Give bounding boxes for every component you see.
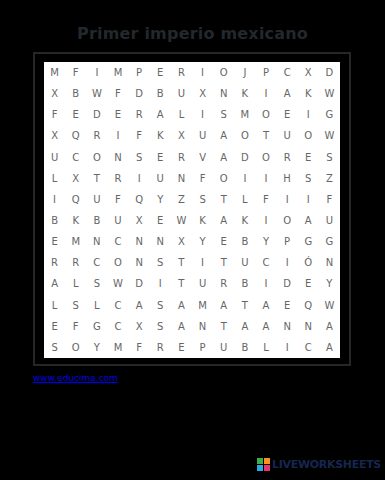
grid-cell[interactable]: Y (255, 231, 276, 252)
grid-cell[interactable]: B (150, 83, 171, 104)
grid-cell[interactable]: C (65, 147, 86, 168)
grid-cell[interactable]: S (150, 316, 171, 337)
grid-cell[interactable]: N (129, 231, 150, 252)
grid-cell[interactable]: U (319, 210, 340, 231)
grid-cell[interactable]: R (107, 168, 128, 189)
grid-cell[interactable]: S (65, 295, 86, 316)
grid-cell[interactable]: I (277, 189, 298, 210)
grid-cell[interactable]: F (65, 316, 86, 337)
page-title: Primer imperio mexicano (0, 24, 385, 43)
grid-cell[interactable]: H (277, 168, 298, 189)
grid-cell[interactable]: F (255, 189, 276, 210)
grid-cell[interactable]: M (107, 62, 128, 83)
grid-cell[interactable]: I (192, 104, 213, 125)
grid-cell[interactable]: F (107, 83, 128, 104)
grid-cell[interactable]: R (171, 147, 192, 168)
grid-cell[interactable]: T (255, 125, 276, 146)
grid-cell[interactable]: W (86, 83, 107, 104)
grid-cell[interactable]: N (319, 252, 340, 273)
grid-cell[interactable]: C (86, 252, 107, 273)
grid-cell[interactable]: E (150, 147, 171, 168)
grid-cell[interactable]: R (150, 337, 171, 358)
grid-cell[interactable]: U (213, 337, 234, 358)
grid-cell[interactable]: A (213, 295, 234, 316)
grid-cell[interactable]: C (107, 316, 128, 337)
grid-cell[interactable]: N (150, 231, 171, 252)
grid-cell[interactable]: A (213, 210, 234, 231)
grid-cell[interactable]: I (44, 189, 65, 210)
grid-cell[interactable]: G (86, 316, 107, 337)
grid-cell[interactable]: T (171, 273, 192, 294)
grid-cell[interactable]: E (44, 316, 65, 337)
grid-cell[interactable]: F (107, 189, 128, 210)
grid-cell[interactable]: S (298, 168, 319, 189)
grid-cell[interactable]: U (277, 125, 298, 146)
grid-cell[interactable]: U (192, 125, 213, 146)
grid-cell[interactable]: M (107, 337, 128, 358)
grid-cell[interactable]: M (44, 62, 65, 83)
liveworksheets-grid-icon (257, 458, 270, 471)
grid-cell[interactable]: X (171, 125, 192, 146)
grid-cell[interactable]: N (129, 252, 150, 273)
grid-cell[interactable]: Y (86, 337, 107, 358)
grid-cell[interactable]: E (150, 210, 171, 231)
grid-cell[interactable]: A (319, 316, 340, 337)
grid-cell[interactable]: D (86, 104, 107, 125)
liveworksheets-logo[interactable]: LIVEWORKSHEETS (257, 458, 381, 471)
grid-cell[interactable]: E (277, 104, 298, 125)
grid-cell[interactable]: P (192, 337, 213, 358)
grid-cell[interactable]: B (44, 210, 65, 231)
grid-cell[interactable]: O (86, 147, 107, 168)
grid-cell[interactable]: N (171, 168, 192, 189)
grid-cell[interactable]: E (65, 104, 86, 125)
grid-cell[interactable]: C (107, 295, 128, 316)
grid-cell[interactable]: A (44, 273, 65, 294)
grid-cell[interactable]: L (44, 168, 65, 189)
grid-cell[interactable]: K (150, 125, 171, 146)
grid-cell[interactable]: A (319, 337, 340, 358)
grid-cell[interactable]: I (192, 62, 213, 83)
grid-cell[interactable]: Z (319, 168, 340, 189)
grid-cell[interactable]: E (213, 231, 234, 252)
grid-cell[interactable]: Ó (298, 252, 319, 273)
grid-cell[interactable]: X (65, 168, 86, 189)
grid-cell[interactable]: Q (298, 295, 319, 316)
grid-cell[interactable]: T (213, 189, 234, 210)
grid-cell[interactable]: F (44, 104, 65, 125)
grid-cell[interactable]: W (319, 295, 340, 316)
grid-cell[interactable]: A (277, 83, 298, 104)
grid-cell[interactable]: D (234, 147, 255, 168)
grid-cell[interactable]: A (150, 104, 171, 125)
grid-cell[interactable]: C (107, 231, 128, 252)
grid-cell[interactable]: R (277, 147, 298, 168)
grid-cell[interactable]: O (255, 104, 276, 125)
grid-cell[interactable]: C (255, 252, 276, 273)
grid-cell[interactable]: C (277, 62, 298, 83)
grid-cell[interactable]: J (234, 62, 255, 83)
grid-cell[interactable]: T (234, 295, 255, 316)
grid-cell[interactable]: A (255, 316, 276, 337)
grid-cell[interactable]: A (213, 147, 234, 168)
grid-cell[interactable]: O (255, 147, 276, 168)
grid-cell[interactable]: Q (129, 189, 150, 210)
grid-cell[interactable]: I (234, 168, 255, 189)
grid-cell[interactable]: I (277, 252, 298, 273)
grid-cell[interactable]: R (171, 62, 192, 83)
grid-cell[interactable]: G (298, 231, 319, 252)
grid-cell[interactable]: T (86, 168, 107, 189)
grid-cell[interactable]: A (129, 295, 150, 316)
grid-cell[interactable]: P (277, 231, 298, 252)
grid-cell[interactable]: S (150, 295, 171, 316)
grid-cell[interactable]: F (129, 125, 150, 146)
grid-cell[interactable]: B (234, 273, 255, 294)
grid-cell[interactable]: U (86, 189, 107, 210)
grid-cell[interactable]: F (192, 168, 213, 189)
grid-cell[interactable]: K (298, 83, 319, 104)
grid-cell[interactable]: U (171, 83, 192, 104)
grid-cell[interactable]: O (213, 168, 234, 189)
grid-cell[interactable]: G (319, 104, 340, 125)
grid-cell[interactable]: D (277, 273, 298, 294)
grid-cell[interactable]: I (255, 273, 276, 294)
grid-cell[interactable]: M (65, 231, 86, 252)
grid-cell[interactable]: K (234, 83, 255, 104)
grid-cell[interactable]: E (298, 273, 319, 294)
grid-cell[interactable]: X (129, 210, 150, 231)
grid-cell[interactable]: A (171, 295, 192, 316)
grid-cell[interactable]: L (86, 295, 107, 316)
puzzle-frame: MFIMPERIOJPCXDXBWFDBUXNKIAKWFEDERALISMOE… (33, 52, 351, 366)
grid-cell[interactable]: I (192, 252, 213, 273)
grid-cell[interactable]: K (192, 210, 213, 231)
grid-cell[interactable]: B (234, 231, 255, 252)
grid-cell[interactable]: X (171, 231, 192, 252)
grid-cell[interactable]: W (171, 210, 192, 231)
grid-cell[interactable]: G (319, 231, 340, 252)
grid-cell[interactable]: K (65, 210, 86, 231)
grid-cell[interactable]: N (107, 147, 128, 168)
grid-cell[interactable]: E (171, 337, 192, 358)
grid-cell[interactable]: N (277, 316, 298, 337)
grid-cell[interactable]: P (255, 62, 276, 83)
grid-cell[interactable]: V (192, 147, 213, 168)
grid-cell[interactable]: I (298, 104, 319, 125)
grid-cell[interactable]: E (298, 147, 319, 168)
grid-cell[interactable]: N (213, 83, 234, 104)
grid-cell[interactable]: L (255, 337, 276, 358)
grid-cell[interactable]: A (298, 210, 319, 231)
grid-cell[interactable]: X (129, 316, 150, 337)
grid-cell[interactable]: E (277, 295, 298, 316)
liveworksheets-wordmark: LIVEWORKSHEETS (272, 458, 381, 471)
grid-cell[interactable]: T (213, 252, 234, 273)
grid-cell[interactable]: E (150, 62, 171, 83)
grid-cell[interactable]: F (319, 189, 340, 210)
grid-cell[interactable]: R (213, 273, 234, 294)
grid-cell[interactable]: X (298, 62, 319, 83)
grid-cell[interactable]: O (107, 252, 128, 273)
grid-cell[interactable]: E (44, 231, 65, 252)
grid-cell[interactable]: A (213, 125, 234, 146)
grid-cell[interactable]: N (86, 231, 107, 252)
grid-cell[interactable]: D (319, 62, 340, 83)
grid-cell[interactable]: A (255, 295, 276, 316)
grid-cell[interactable]: Z (171, 189, 192, 210)
grid-cell[interactable]: Q (65, 189, 86, 210)
grid-cell[interactable]: W (107, 273, 128, 294)
grid-cell[interactable]: K (234, 210, 255, 231)
grid-cell[interactable]: I (107, 125, 128, 146)
grid-cell[interactable]: M (192, 295, 213, 316)
grid-cell[interactable]: R (129, 104, 150, 125)
grid-cell[interactable]: O (65, 337, 86, 358)
grid-cell[interactable]: A (234, 316, 255, 337)
puzzle-sheet: MFIMPERIOJPCXDXBWFDBUXNKIAKWFEDERALISMOE… (44, 62, 340, 358)
grid-cell[interactable]: X (44, 83, 65, 104)
grid-cell[interactable]: U (44, 147, 65, 168)
grid-cell[interactable]: I (255, 83, 276, 104)
grid-cell[interactable]: Y (319, 273, 340, 294)
grid-cell[interactable]: O (298, 125, 319, 146)
grid-cell[interactable]: N (298, 316, 319, 337)
grid-cell[interactable]: S (319, 147, 340, 168)
grid-cell[interactable]: X (44, 125, 65, 146)
grid-cell[interactable]: Q (65, 125, 86, 146)
grid-cell[interactable]: B (65, 83, 86, 104)
grid-cell[interactable]: U (150, 168, 171, 189)
grid-cell[interactable]: X (192, 83, 213, 104)
grid-cell[interactable]: I (298, 189, 319, 210)
grid-cell[interactable]: R (86, 125, 107, 146)
grid-cell[interactable]: P (129, 62, 150, 83)
educima-link[interactable]: www.educima.com (33, 373, 118, 383)
grid-cell[interactable]: S (86, 273, 107, 294)
grid-cell[interactable]: O (213, 62, 234, 83)
grid-cell[interactable]: C (298, 337, 319, 358)
grid-cell[interactable]: S (213, 104, 234, 125)
grid-cell[interactable]: D (129, 83, 150, 104)
grid-cell[interactable]: L (65, 273, 86, 294)
grid-cell[interactable]: I (129, 168, 150, 189)
grid-cell[interactable]: E (107, 104, 128, 125)
grid-cell[interactable]: M (234, 104, 255, 125)
grid-cell[interactable]: T (213, 316, 234, 337)
grid-cell[interactable]: I (86, 62, 107, 83)
grid-cell[interactable]: W (319, 83, 340, 104)
grid-cell[interactable]: O (277, 210, 298, 231)
grid-cell[interactable]: Y (150, 189, 171, 210)
grid-cell[interactable]: R (44, 252, 65, 273)
grid-cell[interactable]: S (150, 252, 171, 273)
grid-cell[interactable]: B (86, 210, 107, 231)
word-grid: MFIMPERIOJPCXDXBWFDBUXNKIAKWFEDERALISMOE… (44, 62, 340, 358)
grid-cell[interactable]: B (234, 337, 255, 358)
grid-cell[interactable]: U (192, 273, 213, 294)
grid-cell[interactable]: I (255, 168, 276, 189)
grid-cell[interactable]: S (192, 189, 213, 210)
grid-cell[interactable]: F (129, 337, 150, 358)
grid-cell[interactable]: R (65, 252, 86, 273)
grid-cell[interactable]: W (319, 125, 340, 146)
grid-cell[interactable]: Y (192, 231, 213, 252)
grid-cell[interactable]: S (44, 337, 65, 358)
grid-cell[interactable]: T (171, 252, 192, 273)
grid-cell[interactable]: L (44, 295, 65, 316)
grid-cell[interactable]: U (234, 252, 255, 273)
grid-cell[interactable]: I (277, 337, 298, 358)
grid-cell[interactable]: D (129, 273, 150, 294)
grid-cell[interactable]: A (171, 316, 192, 337)
grid-cell[interactable]: F (65, 62, 86, 83)
grid-cell[interactable]: U (107, 210, 128, 231)
grid-cell[interactable]: I (255, 210, 276, 231)
grid-cell[interactable]: S (129, 147, 150, 168)
grid-cell[interactable]: O (234, 125, 255, 146)
grid-cell[interactable]: N (192, 316, 213, 337)
grid-cell[interactable]: L (171, 104, 192, 125)
grid-cell[interactable]: L (234, 189, 255, 210)
grid-cell[interactable]: I (150, 273, 171, 294)
